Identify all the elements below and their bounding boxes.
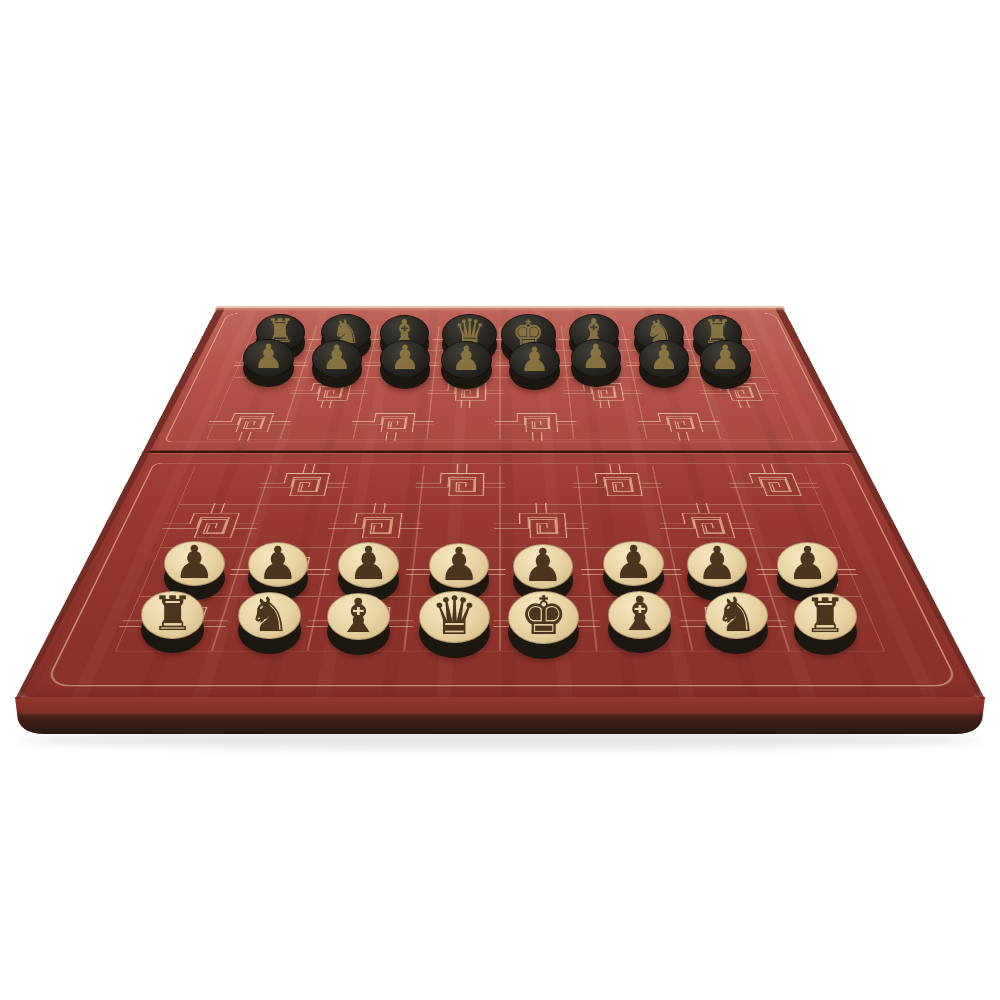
piece-black-pawn-h7[interactable]: ♟ — [700, 340, 751, 389]
disc-top: ♜ — [794, 593, 857, 640]
pawn-glyph: ♟ — [322, 341, 352, 375]
pawn-glyph: ♟ — [258, 541, 299, 586]
piece-white-queen-d1[interactable]: ♛ — [419, 591, 490, 659]
pawn-glyph: ♟ — [451, 342, 481, 376]
disc-top: ♟ — [441, 341, 492, 379]
disc-top: ♟ — [777, 542, 838, 587]
piece-white-knight-b1[interactable]: ♞ — [238, 592, 301, 654]
disc-top: ♟ — [164, 541, 225, 586]
pawn-glyph: ♟ — [581, 340, 611, 374]
disc-top: ♟ — [509, 342, 560, 380]
piece-black-pawn-a7[interactable]: ♟ — [243, 339, 294, 388]
pawn-glyph: ♟ — [522, 543, 563, 588]
pawn-glyph: ♟ — [390, 342, 420, 376]
piece-white-bishop-f1[interactable]: ♝ — [608, 591, 671, 653]
pawn-glyph: ♟ — [174, 540, 215, 585]
bishop-glyph: ♝ — [337, 592, 379, 639]
piece-white-rook-h1[interactable]: ♜ — [794, 593, 857, 655]
pawn-glyph: ♟ — [697, 541, 738, 586]
disc-top: ♟ — [248, 542, 309, 587]
rook-glyph: ♜ — [152, 590, 194, 637]
pawn-glyph: ♟ — [254, 340, 284, 374]
bishop-glyph: ♝ — [619, 590, 661, 637]
disc-top: ♟ — [603, 541, 664, 586]
piece-black-pawn-e7[interactable]: ♟ — [509, 342, 560, 391]
pawn-glyph: ♟ — [649, 341, 679, 375]
disc-top: ♞ — [705, 592, 768, 639]
disc-top: ♝ — [327, 593, 390, 640]
pieces-layer: ♜♞♝♛♚♝♞♜♟♟♟♟♟♟♟♟♟♟♟♟♟♟♟♟♜♞♝♛♚♝♞♜ — [0, 0, 1000, 1000]
disc-top: ♟ — [513, 544, 574, 589]
rook-glyph: ♜ — [804, 592, 846, 639]
pawn-glyph: ♟ — [613, 540, 654, 585]
disc-top: ♟ — [571, 339, 622, 377]
piece-black-pawn-g7[interactable]: ♟ — [639, 340, 690, 389]
disc-top: ♟ — [243, 339, 294, 377]
disc-top: ♜ — [141, 591, 204, 638]
disc-top: ♟ — [312, 340, 363, 378]
piece-white-knight-g1[interactable]: ♞ — [705, 592, 768, 654]
queen-glyph: ♛ — [431, 590, 478, 643]
chessboard-scene: ♜♞♝♛♚♝♞♜♟♟♟♟♟♟♟♟♟♟♟♟♟♟♟♟♜♞♝♛♚♝♞♜ — [0, 0, 1000, 1000]
piece-white-king-e1[interactable]: ♚ — [508, 591, 579, 659]
piece-black-pawn-b7[interactable]: ♟ — [312, 340, 363, 389]
disc-top: ♟ — [687, 542, 748, 587]
disc-top: ♟ — [338, 542, 399, 587]
disc-top: ♝ — [608, 591, 671, 638]
disc-top: ♛ — [419, 591, 490, 644]
piece-black-pawn-f7[interactable]: ♟ — [571, 339, 622, 388]
disc-top: ♞ — [238, 592, 301, 639]
pawn-glyph: ♟ — [787, 541, 828, 586]
pawn-glyph: ♟ — [710, 342, 740, 376]
pawn-glyph: ♟ — [520, 343, 550, 377]
piece-black-pawn-d7[interactable]: ♟ — [441, 341, 492, 390]
piece-white-rook-a1[interactable]: ♜ — [141, 591, 204, 653]
knight-glyph: ♞ — [248, 591, 290, 638]
pawn-glyph: ♟ — [348, 541, 389, 586]
pawn-glyph: ♟ — [439, 542, 480, 587]
knight-glyph: ♞ — [715, 591, 757, 638]
piece-black-pawn-c7[interactable]: ♟ — [380, 340, 431, 389]
disc-top: ♟ — [639, 340, 690, 378]
king-glyph: ♚ — [520, 590, 567, 643]
disc-top: ♟ — [700, 340, 751, 378]
disc-top: ♚ — [508, 591, 579, 644]
piece-white-bishop-c1[interactable]: ♝ — [327, 593, 390, 655]
